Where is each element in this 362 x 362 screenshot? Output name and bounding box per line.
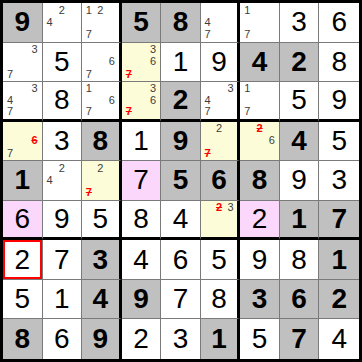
empty-mark-slot: [4, 135, 16, 147]
cell-r8c8[interactable]: 6: [280, 280, 320, 320]
solved-digit: 8: [211, 285, 227, 313]
cell-r7c1[interactable]: 2: [3, 240, 43, 280]
candidate-mark: 7: [4, 147, 16, 159]
candidate-mark: 3: [225, 83, 237, 95]
empty-mark-slot: [106, 83, 118, 95]
solved-digit: 3: [173, 325, 189, 353]
given-digit: 4: [93, 285, 109, 313]
given-digit: 4: [252, 48, 268, 76]
cell-r1c9[interactable]: 6: [319, 3, 359, 43]
candidate-mark: 3: [28, 83, 40, 95]
cell-r1c2[interactable]: 24: [43, 3, 83, 43]
empty-mark-slot: [147, 68, 159, 80]
cell-r5c9[interactable]: 3: [319, 161, 359, 201]
cell-r6c4[interactable]: 8: [122, 201, 162, 241]
cell-r5c1[interactable]: 1: [3, 161, 43, 201]
empty-mark-slot: [56, 187, 68, 199]
empty-mark-slot: [135, 83, 147, 95]
solved-digit: 9: [54, 205, 70, 233]
empty-mark-slot: [95, 56, 107, 68]
empty-mark-slot: [202, 135, 214, 147]
pencil-marks: 17: [241, 83, 278, 118]
eliminated-candidate-mark: 2: [254, 123, 266, 135]
empty-mark-slot: [16, 123, 28, 135]
cell-r6c9[interactable]: 7: [319, 201, 359, 241]
pencil-marks: 167: [83, 83, 118, 118]
cell-r4c1[interactable]: 67: [3, 122, 43, 162]
empty-mark-slot: [95, 83, 107, 95]
empty-mark-slot: [254, 147, 266, 159]
candidate-mark: 7: [83, 68, 95, 80]
empty-mark-slot: [28, 56, 40, 68]
empty-mark-slot: [16, 147, 28, 159]
cell-r5c4[interactable]: 7: [122, 161, 162, 201]
cell-r9c4[interactable]: 2: [122, 319, 162, 359]
cell-r9c3[interactable]: 9: [82, 319, 122, 359]
empty-mark-slot: [83, 56, 95, 68]
empty-mark-slot: [254, 95, 266, 107]
solved-digit: 4: [133, 246, 149, 274]
cell-r5c3[interactable]: 27: [82, 161, 122, 201]
empty-mark-slot: [266, 16, 278, 28]
cell-r6c6[interactable]: 23: [201, 201, 241, 241]
given-digit: 3: [93, 246, 109, 274]
cell-r4c9[interactable]: 5: [319, 122, 359, 162]
candidate-mark: 4: [202, 16, 214, 28]
empty-mark-slot: [225, 16, 237, 28]
empty-mark-slot: [241, 147, 253, 159]
given-digit: 1: [291, 205, 307, 233]
empty-mark-slot: [95, 174, 107, 186]
empty-mark-slot: [95, 28, 107, 40]
empty-mark-slot: [266, 106, 278, 118]
pencil-marks: 23: [202, 202, 237, 237]
cell-r3c4[interactable]: 367: [122, 82, 162, 122]
cell-r6c8[interactable]: 1: [280, 201, 320, 241]
empty-mark-slot: [225, 123, 237, 135]
candidate-mark: 2: [95, 162, 107, 174]
cell-r2c2[interactable]: 5: [43, 43, 83, 83]
empty-mark-slot: [135, 68, 147, 80]
cell-r5c6[interactable]: 6: [201, 161, 241, 201]
pencil-marks: 367: [123, 44, 160, 81]
empty-mark-slot: [106, 4, 118, 16]
empty-mark-slot: [28, 147, 40, 159]
cell-r4c7[interactable]: 26: [240, 122, 280, 162]
solved-digit: 8: [54, 86, 70, 114]
candidate-mark: 6: [147, 95, 159, 107]
solved-digit: 9: [331, 86, 347, 114]
pencil-marks: 347: [202, 83, 237, 118]
eliminated-candidate-mark: 7: [202, 147, 214, 159]
eliminated-candidate-mark: 7: [123, 106, 135, 118]
solved-digit: 5: [331, 127, 347, 155]
pencil-marks: 67: [83, 44, 118, 81]
cell-r2c9[interactable]: 8: [319, 43, 359, 83]
empty-mark-slot: [16, 135, 28, 147]
empty-mark-slot: [83, 174, 95, 186]
solved-digit: 9: [252, 246, 268, 274]
solved-digit: 7: [173, 285, 189, 313]
empty-mark-slot: [44, 4, 56, 16]
empty-mark-slot: [95, 187, 107, 199]
empty-mark-slot: [254, 16, 266, 28]
empty-mark-slot: [266, 147, 278, 159]
empty-mark-slot: [225, 28, 237, 40]
given-digit: 4: [291, 127, 307, 155]
solved-digit: 8: [133, 205, 149, 233]
solved-digit: 4: [331, 325, 347, 353]
empty-mark-slot: [202, 83, 214, 95]
cell-r1c6[interactable]: 47: [201, 3, 241, 43]
empty-mark-slot: [266, 123, 278, 135]
given-digit: 7: [291, 325, 307, 353]
cell-r4c5[interactable]: 9: [161, 122, 201, 162]
candidate-mark: 7: [4, 68, 16, 80]
eliminated-candidate-mark: 7: [83, 187, 95, 199]
empty-mark-slot: [213, 83, 225, 95]
candidate-mark: 1: [83, 4, 95, 16]
empty-mark-slot: [95, 68, 107, 80]
empty-mark-slot: [225, 135, 237, 147]
cell-r6c2[interactable]: 9: [43, 201, 83, 241]
empty-mark-slot: [83, 16, 95, 28]
candidate-mark: 6: [147, 56, 159, 68]
empty-mark-slot: [106, 44, 118, 56]
cell-r2c8[interactable]: 2: [280, 43, 320, 83]
given-digit: 5: [133, 8, 149, 36]
cell-r6c3[interactable]: 5: [82, 201, 122, 241]
empty-mark-slot: [202, 123, 214, 135]
empty-mark-slot: [241, 123, 253, 135]
cell-r2c3[interactable]: 67: [82, 43, 122, 83]
candidate-mark: 2: [56, 162, 68, 174]
cell-r8c4[interactable]: 9: [122, 280, 162, 320]
empty-mark-slot: [254, 135, 266, 147]
cell-r3c6[interactable]: 347: [201, 82, 241, 122]
empty-mark-slot: [254, 106, 266, 118]
pencil-marks: 127: [83, 4, 118, 41]
empty-mark-slot: [266, 95, 278, 107]
cell-r7c3[interactable]: 3: [82, 240, 122, 280]
cell-r6c7[interactable]: 2: [240, 201, 280, 241]
given-digit: 1: [331, 246, 347, 274]
solved-digit: 5: [54, 48, 70, 76]
empty-mark-slot: [135, 95, 147, 107]
cell-r9c7[interactable]: 5: [240, 319, 280, 359]
given-digit: 5: [173, 166, 189, 194]
empty-mark-slot: [16, 56, 28, 68]
empty-mark-slot: [56, 174, 68, 186]
cell-r3c8[interactable]: 5: [280, 82, 320, 122]
cell-r4c2[interactable]: 3: [43, 122, 83, 162]
solved-digit: 6: [54, 325, 70, 353]
solved-digit: 5: [14, 285, 30, 313]
empty-mark-slot: [16, 68, 28, 80]
candidate-mark: 3: [147, 83, 159, 95]
solved-digit: 9: [211, 48, 227, 76]
cell-r2c6[interactable]: 9: [201, 43, 241, 83]
given-digit: 8: [252, 166, 268, 194]
empty-mark-slot: [28, 123, 40, 135]
solved-digit: 6: [173, 246, 189, 274]
candidate-mark: 7: [202, 28, 214, 40]
empty-mark-slot: [225, 213, 237, 225]
empty-mark-slot: [147, 106, 159, 118]
solved-digit: 2: [252, 205, 268, 233]
candidate-mark: 4: [44, 16, 56, 28]
given-digit: 9: [14, 8, 30, 36]
pencil-marks: 24: [44, 162, 81, 199]
given-digit: 2: [331, 285, 347, 313]
cell-r5c8[interactable]: 9: [280, 161, 320, 201]
empty-mark-slot: [266, 4, 278, 16]
cell-r7c2[interactable]: 7: [43, 240, 83, 280]
cell-r6c5[interactable]: 4: [161, 201, 201, 241]
empty-mark-slot: [106, 187, 118, 199]
solved-digit: 6: [14, 205, 30, 233]
cell-r3c9[interactable]: 9: [319, 82, 359, 122]
empty-mark-slot: [225, 4, 237, 16]
candidate-mark: 7: [4, 106, 16, 118]
candidate-mark: 7: [241, 106, 253, 118]
cell-r1c8[interactable]: 3: [280, 3, 320, 43]
empty-mark-slot: [16, 44, 28, 56]
pencil-marks: 26: [241, 123, 278, 160]
cell-r9c8[interactable]: 7: [280, 319, 320, 359]
empty-mark-slot: [106, 162, 118, 174]
solved-digit: 1: [173, 48, 189, 76]
cell-r6c1[interactable]: 6: [3, 201, 43, 241]
empty-mark-slot: [44, 162, 56, 174]
empty-mark-slot: [135, 56, 147, 68]
solved-digit: 7: [54, 246, 70, 274]
pencil-marks: 347: [4, 83, 41, 118]
empty-mark-slot: [28, 68, 40, 80]
empty-mark-slot: [254, 4, 266, 16]
solved-digit: 1: [54, 285, 70, 313]
solved-digit: 5: [211, 246, 227, 274]
solved-digit: 5: [93, 205, 109, 233]
cell-r4c3[interactable]: 8: [82, 122, 122, 162]
empty-mark-slot: [225, 95, 237, 107]
pencil-marks: 67: [4, 123, 41, 160]
pencil-marks: 27: [202, 123, 237, 160]
solved-digit: 5: [291, 86, 307, 114]
solved-digit: 7: [133, 166, 149, 194]
empty-mark-slot: [213, 16, 225, 28]
empty-mark-slot: [241, 16, 253, 28]
given-digit: 9: [93, 325, 109, 353]
empty-mark-slot: [28, 95, 40, 107]
candidate-mark: 7: [83, 28, 95, 40]
empty-mark-slot: [95, 16, 107, 28]
cell-r7c8[interactable]: 8: [280, 240, 320, 280]
empty-mark-slot: [123, 56, 135, 68]
cell-r7c4[interactable]: 4: [122, 240, 162, 280]
empty-mark-slot: [4, 123, 16, 135]
given-digit: 7: [331, 205, 347, 233]
empty-mark-slot: [225, 147, 237, 159]
cell-r8c3[interactable]: 4: [82, 280, 122, 320]
cell-r4c6[interactable]: 27: [201, 122, 241, 162]
pencil-marks: 17: [241, 4, 278, 41]
empty-mark-slot: [266, 28, 278, 40]
candidate-mark: 3: [147, 44, 159, 56]
empty-mark-slot: [213, 213, 225, 225]
cell-r7c9[interactable]: 1: [319, 240, 359, 280]
candidate-mark: 2: [213, 123, 225, 135]
empty-mark-slot: [68, 162, 80, 174]
given-digit: 1: [14, 166, 30, 194]
cell-r8c5[interactable]: 7: [161, 280, 201, 320]
cell-r3c5[interactable]: 2: [161, 82, 201, 122]
candidate-mark: 2: [56, 4, 68, 16]
candidate-mark: 6: [266, 135, 278, 147]
candidate-mark: 3: [225, 202, 237, 214]
empty-mark-slot: [241, 135, 253, 147]
empty-mark-slot: [123, 83, 135, 95]
cell-r5c2[interactable]: 24: [43, 161, 83, 201]
empty-mark-slot: [202, 4, 214, 16]
pencil-marks: 47: [202, 4, 237, 41]
candidate-mark: 1: [83, 83, 95, 95]
cell-r4c4[interactable]: 1: [122, 122, 162, 162]
cell-r2c7[interactable]: 4: [240, 43, 280, 83]
empty-mark-slot: [68, 28, 80, 40]
empty-mark-slot: [44, 187, 56, 199]
cell-r9c9[interactable]: 4: [319, 319, 359, 359]
cell-r9c6[interactable]: 1: [201, 319, 241, 359]
cell-r1c5[interactable]: 8: [161, 3, 201, 43]
cell-r3c7[interactable]: 17: [240, 82, 280, 122]
given-digit: 8: [173, 8, 189, 36]
cell-r2c5[interactable]: 1: [161, 43, 201, 83]
empty-mark-slot: [106, 174, 118, 186]
cell-r1c1[interactable]: 9: [3, 3, 43, 43]
cell-r2c1[interactable]: 37: [3, 43, 43, 83]
empty-mark-slot: [44, 28, 56, 40]
cell-r8c7[interactable]: 3: [240, 280, 280, 320]
empty-mark-slot: [266, 83, 278, 95]
given-digit: 2: [291, 48, 307, 76]
solved-digit: 3: [54, 127, 70, 155]
solved-digit: 3: [331, 166, 347, 194]
cell-r9c1[interactable]: 8: [3, 319, 43, 359]
candidate-mark: 7: [83, 106, 95, 118]
eliminated-candidate-mark: 6: [28, 135, 40, 147]
solved-digit: 2: [133, 325, 149, 353]
cell-r9c5[interactable]: 3: [161, 319, 201, 359]
empty-mark-slot: [213, 225, 225, 237]
cell-r4c8[interactable]: 4: [280, 122, 320, 162]
empty-mark-slot: [202, 225, 214, 237]
pencil-marks: 27: [83, 162, 118, 199]
cell-r7c6[interactable]: 5: [201, 240, 241, 280]
solved-digit: 1: [133, 127, 149, 155]
empty-mark-slot: [28, 106, 40, 118]
cell-r1c7[interactable]: 17: [240, 3, 280, 43]
solved-digit: 3: [291, 8, 307, 36]
pencil-marks: 24: [44, 4, 81, 41]
cell-r3c1[interactable]: 347: [3, 82, 43, 122]
empty-mark-slot: [106, 106, 118, 118]
given-digit: 9: [133, 285, 149, 313]
empty-mark-slot: [68, 4, 80, 16]
empty-mark-slot: [135, 106, 147, 118]
empty-mark-slot: [95, 95, 107, 107]
given-digit: 9: [173, 127, 189, 155]
empty-mark-slot: [95, 44, 107, 56]
given-digit: 6: [211, 166, 227, 194]
empty-mark-slot: [16, 95, 28, 107]
cell-r2c4[interactable]: 367: [122, 43, 162, 83]
sudoku-grid: 9241275847173637567367194283478167367234…: [0, 0, 362, 362]
solved-digit: 9: [291, 166, 307, 194]
cell-r8c2[interactable]: 1: [43, 280, 83, 320]
empty-mark-slot: [68, 187, 80, 199]
empty-mark-slot: [254, 83, 266, 95]
solved-digit: 2: [14, 246, 30, 274]
candidate-mark: 6: [106, 56, 118, 68]
empty-mark-slot: [83, 44, 95, 56]
empty-mark-slot: [68, 174, 80, 186]
given-digit: 3: [252, 285, 268, 313]
empty-mark-slot: [254, 28, 266, 40]
cell-r8c6[interactable]: 8: [201, 280, 241, 320]
empty-mark-slot: [4, 44, 16, 56]
empty-mark-slot: [213, 147, 225, 159]
empty-mark-slot: [4, 56, 16, 68]
solved-digit: 5: [252, 325, 268, 353]
cell-r5c5[interactable]: 5: [161, 161, 201, 201]
candidate-mark: 7: [241, 28, 253, 40]
eliminated-candidate-mark: 7: [123, 68, 135, 80]
cell-r1c4[interactable]: 5: [122, 3, 162, 43]
empty-mark-slot: [213, 135, 225, 147]
cell-r8c1[interactable]: 5: [3, 280, 43, 320]
empty-mark-slot: [123, 44, 135, 56]
empty-mark-slot: [213, 106, 225, 118]
empty-mark-slot: [68, 16, 80, 28]
solved-digit: 4: [173, 205, 189, 233]
empty-mark-slot: [225, 106, 237, 118]
cell-r3c2[interactable]: 8: [43, 82, 83, 122]
cell-r7c5[interactable]: 6: [161, 240, 201, 280]
cell-r3c3[interactable]: 167: [82, 82, 122, 122]
cell-r7c7[interactable]: 9: [240, 240, 280, 280]
empty-mark-slot: [106, 68, 118, 80]
candidate-mark: 2: [95, 4, 107, 16]
empty-mark-slot: [213, 28, 225, 40]
cell-r1c3[interactable]: 127: [82, 3, 122, 43]
given-digit: 8: [14, 325, 30, 353]
cell-r5c7[interactable]: 8: [240, 161, 280, 201]
solved-digit: 8: [291, 246, 307, 274]
empty-mark-slot: [16, 83, 28, 95]
candidate-mark: 6: [106, 95, 118, 107]
candidate-mark: 3: [28, 44, 40, 56]
cell-r9c2[interactable]: 6: [43, 319, 83, 359]
empty-mark-slot: [106, 28, 118, 40]
cell-r8c9[interactable]: 2: [319, 280, 359, 320]
given-digit: 8: [93, 127, 109, 155]
empty-mark-slot: [4, 83, 16, 95]
solved-digit: 6: [331, 8, 347, 36]
empty-mark-slot: [202, 202, 214, 214]
pencil-marks: 367: [123, 83, 160, 118]
candidate-mark: 4: [44, 174, 56, 186]
